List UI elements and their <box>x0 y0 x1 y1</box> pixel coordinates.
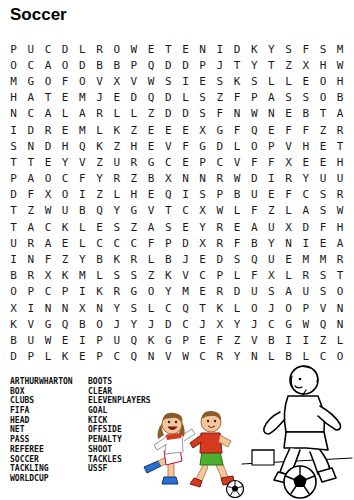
grid-cell: S <box>314 203 331 219</box>
grid-cell: B <box>91 251 108 267</box>
grid-cell: C <box>57 171 74 187</box>
grid-cell: D <box>228 41 245 57</box>
grid-cell: N <box>177 171 194 187</box>
grid-cell: R <box>22 235 39 251</box>
grid-cell: L <box>125 106 142 122</box>
grid-cell: U <box>263 219 280 235</box>
grid-cell: P <box>125 57 142 73</box>
grid-cell: C <box>194 349 211 365</box>
grid-cell: T <box>5 219 22 235</box>
grid-cell: C <box>211 154 228 170</box>
word-list-item: ARTHURWHARTON <box>10 377 73 387</box>
grid-cell: H <box>57 138 74 154</box>
grid-cell: T <box>160 203 177 219</box>
grid-cell: C <box>39 284 56 300</box>
grid-cell: D <box>57 41 74 57</box>
grid-cell: B <box>143 171 160 187</box>
grid-cell: S <box>125 268 142 284</box>
grid-cell: T <box>228 57 245 73</box>
grid-cell: A <box>280 284 297 300</box>
grid-cell: R <box>91 41 108 57</box>
grid-cell: R <box>211 171 228 187</box>
grid-cell: S <box>160 219 177 235</box>
word-list-column-1: ARTHURWHARTONBOXCLUBSFIFAHEADNETPASSREFE… <box>10 377 73 484</box>
grid-cell: O <box>332 284 349 300</box>
grid-cell: T <box>5 203 22 219</box>
grid-cell: U <box>108 154 125 170</box>
grid-cell: G <box>194 138 211 154</box>
grid-cell: D <box>160 90 177 106</box>
grid-cell: E <box>143 41 160 57</box>
grid-cell: W <box>125 41 142 57</box>
grid-cell: C <box>108 349 125 365</box>
grid-cell: F <box>280 122 297 138</box>
grid-cell: N <box>332 316 349 332</box>
grid-cell: M <box>74 90 91 106</box>
grid-cell: P <box>177 332 194 348</box>
grid-cell: K <box>57 349 74 365</box>
word-list-item: BOX <box>10 387 73 397</box>
grid-cell: Y <box>108 203 125 219</box>
grid-cell: A <box>263 90 280 106</box>
grid-cell: J <box>177 251 194 267</box>
grid-cell: K <box>211 300 228 316</box>
grid-cell: N <box>39 300 56 316</box>
grid-cell: I <box>74 284 91 300</box>
grid-cell: U <box>22 332 39 348</box>
grid-cell: T <box>332 268 349 284</box>
grid-cell: C <box>297 187 314 203</box>
grid-cell: D <box>5 187 22 203</box>
grid-cell: L <box>280 268 297 284</box>
grid-cell: E <box>263 122 280 138</box>
grid-cell: E <box>57 332 74 348</box>
grid-cell: B <box>246 235 263 251</box>
grid-cell: Z <box>314 122 331 138</box>
grid-cell: C <box>125 235 142 251</box>
grid-cell: J <box>263 300 280 316</box>
grid-cell: H <box>125 138 142 154</box>
grid-cell: D <box>177 57 194 73</box>
grid-cell: C <box>263 316 280 332</box>
grid-cell: Q <box>246 251 263 267</box>
grid-cell: F <box>143 235 160 251</box>
grid-cell: L <box>108 106 125 122</box>
grid-cell: D <box>125 90 142 106</box>
grid-cell: P <box>211 268 228 284</box>
grid-cell: V <box>177 268 194 284</box>
grid-cell: B <box>263 332 280 348</box>
grid-cell: H <box>125 187 142 203</box>
grid-cell: L <box>228 300 245 316</box>
grid-cell: B <box>74 316 91 332</box>
grid-cell: G <box>143 154 160 170</box>
grid-cell: E <box>297 73 314 89</box>
grid-cell: N <box>332 300 349 316</box>
grid-cell: G <box>22 73 39 89</box>
grid-cell: T <box>5 154 22 170</box>
grid-cell: L <box>228 138 245 154</box>
grid-cell: Z <box>263 203 280 219</box>
grid-cell: H <box>5 90 22 106</box>
grid-cell: Y <box>74 251 91 267</box>
grid-cell: Z <box>125 122 142 138</box>
grid-cell: Q <box>91 203 108 219</box>
grid-cell: D <box>160 316 177 332</box>
grid-cell: O <box>246 300 263 316</box>
word-list-item: PASS <box>10 435 73 445</box>
grid-cell: F <box>211 332 228 348</box>
grid-cell: Z <box>91 187 108 203</box>
grid-cell: I <box>74 332 91 348</box>
grid-cell: N <box>91 300 108 316</box>
grid-cell: S <box>125 300 142 316</box>
grid-cell: E <box>91 219 108 235</box>
grid-cell: S <box>314 187 331 203</box>
grid-cell: P <box>194 57 211 73</box>
grid-cell: T <box>160 41 177 57</box>
grid-cell: W <box>332 57 349 73</box>
grid-cell: H <box>297 138 314 154</box>
grid-cell: C <box>160 300 177 316</box>
grid-cell: C <box>108 235 125 251</box>
grid-cell: J <box>194 316 211 332</box>
grid-cell: B <box>160 251 177 267</box>
grid-cell: O <box>314 73 331 89</box>
grid-cell: D <box>22 122 39 138</box>
grid-cell: X <box>263 268 280 284</box>
grid-cell: Q <box>160 187 177 203</box>
grid-cell: W <box>332 203 349 219</box>
grid-cell: T <box>194 300 211 316</box>
grid-cell: F <box>211 106 228 122</box>
grid-cell: X <box>280 219 297 235</box>
grid-cell: L <box>91 122 108 138</box>
grid-cell: D <box>39 138 56 154</box>
grid-cell: K <box>160 268 177 284</box>
grid-cell: P <box>22 284 39 300</box>
grid-cell: S <box>246 73 263 89</box>
grid-cell: P <box>263 138 280 154</box>
grid-cell: E <box>297 154 314 170</box>
grid-cell: Y <box>297 171 314 187</box>
grid-cell: S <box>280 90 297 106</box>
grid-cell: L <box>74 219 91 235</box>
grid-cell: F <box>39 251 56 267</box>
grid-cell: F <box>228 122 245 138</box>
grid-cell: B <box>5 268 22 284</box>
grid-cell: Z <box>143 268 160 284</box>
grid-cell: Q <box>74 138 91 154</box>
grid-cell: M <box>177 284 194 300</box>
grid-cell: S <box>314 41 331 57</box>
grid-cell: O <box>280 300 297 316</box>
grid-cell: E <box>57 235 74 251</box>
grid-cell: D <box>160 57 177 73</box>
grid-cell: Y <box>160 284 177 300</box>
grid-cell: D <box>5 349 22 365</box>
grid-cell: T <box>263 57 280 73</box>
grid-cell: F <box>246 154 263 170</box>
grid-cell: E <box>39 154 56 170</box>
grid-cell: S <box>297 90 314 106</box>
grid-cell: R <box>332 251 349 267</box>
grid-cell: L <box>332 332 349 348</box>
grid-cell: O <box>5 284 22 300</box>
grid-cell: E <box>194 332 211 348</box>
grid-cell: A <box>332 235 349 251</box>
grid-cell: J <box>211 57 228 73</box>
grid-cell: X <box>194 203 211 219</box>
grid-cell: T <box>39 90 56 106</box>
grid-cell: E <box>108 90 125 106</box>
grid-cell: C <box>39 41 56 57</box>
grid-cell: M <box>314 251 331 267</box>
grid-cell: J <box>246 316 263 332</box>
grid-cell: E <box>228 219 245 235</box>
grid-cell: I <box>280 332 297 348</box>
grid-cell: S <box>194 90 211 106</box>
grid-cell: E <box>177 122 194 138</box>
grid-cell: X <box>194 122 211 138</box>
grid-cell: O <box>314 90 331 106</box>
grid-cell: W <box>211 203 228 219</box>
grid-cell: Q <box>246 122 263 138</box>
grid-cell: R <box>211 219 228 235</box>
grid-cell: E <box>143 122 160 138</box>
grid-cell: I <box>74 187 91 203</box>
grid-cell: B <box>108 57 125 73</box>
grid-cell: G <box>125 284 142 300</box>
grid-cell: Z <box>91 154 108 170</box>
grid-cell: X <box>74 300 91 316</box>
grid-cell: P <box>57 284 74 300</box>
grid-cell: Q <box>177 300 194 316</box>
grid-cell: U <box>5 235 22 251</box>
grid-cell: E <box>143 187 160 203</box>
grid-cell: X <box>211 316 228 332</box>
grid-cell: U <box>297 284 314 300</box>
grid-cell: L <box>143 300 160 316</box>
grid-cell: H <box>332 154 349 170</box>
grid-cell: C <box>160 154 177 170</box>
grid-cell: P <box>194 154 211 170</box>
word-list-item: NET <box>10 425 73 435</box>
grid-cell: V <box>22 316 39 332</box>
grid-cell: S <box>314 268 331 284</box>
grid-cell: F <box>177 138 194 154</box>
grid-cell: N <box>57 300 74 316</box>
grid-cell: T <box>332 138 349 154</box>
grid-cell: A <box>297 203 314 219</box>
grid-cell: L <box>228 203 245 219</box>
grid-cell: V <box>91 73 108 89</box>
grid-cell: A <box>246 219 263 235</box>
grid-cell: R <box>125 251 142 267</box>
grid-cell: S <box>160 73 177 89</box>
grid-cell: K <box>246 41 263 57</box>
word-search-grid: PUCDLROWETENIDKYSFSMOCAODBBPQDDPJTYTZXHW… <box>5 41 349 365</box>
grid-cell: J <box>91 90 108 106</box>
grid-cell: A <box>332 106 349 122</box>
grid-cell: E <box>57 122 74 138</box>
grid-cell: F <box>314 219 331 235</box>
grid-cell: O <box>5 57 22 73</box>
grid-cell: C <box>177 316 194 332</box>
grid-cell: M <box>297 251 314 267</box>
grid-cell: X <box>297 57 314 73</box>
grid-cell: A <box>39 57 56 73</box>
boy-player <box>190 411 234 487</box>
grid-cell: S <box>314 284 331 300</box>
grid-cell: X <box>39 268 56 284</box>
grid-cell: R <box>280 171 297 187</box>
grid-cell: A <box>74 106 91 122</box>
grid-cell: A <box>22 90 39 106</box>
grid-cell: O <box>57 187 74 203</box>
grid-cell: I <box>297 332 314 348</box>
grid-cell: Y <box>246 57 263 73</box>
grid-cell: L <box>177 90 194 106</box>
grid-cell: K <box>5 316 22 332</box>
grid-cell: W <box>297 316 314 332</box>
grid-cell: Z <box>228 332 245 348</box>
grid-cell: A <box>22 171 39 187</box>
grid-cell: Z <box>125 171 142 187</box>
grid-cell: I <box>263 171 280 187</box>
grid-cell: N <box>194 41 211 57</box>
grid-cell: E <box>177 41 194 57</box>
grid-cell: L <box>74 41 91 57</box>
grid-cell: P <box>5 171 22 187</box>
grid-cell: F <box>228 235 245 251</box>
grid-cell: L <box>143 251 160 267</box>
word-list-item: FIFA <box>10 406 73 416</box>
grid-cell: R <box>332 122 349 138</box>
grid-cell: B <box>228 187 245 203</box>
grid-cell: R <box>22 268 39 284</box>
grid-cell: K <box>143 332 160 348</box>
grid-cell: S <box>280 41 297 57</box>
grid-cell: Y <box>108 300 125 316</box>
grid-cell: N <box>22 251 39 267</box>
grid-cell: Z <box>125 219 142 235</box>
grid-cell: K <box>228 73 245 89</box>
grid-cell: W <box>177 349 194 365</box>
grid-cell: B <box>5 332 22 348</box>
kids-playing-soccer-illustration <box>138 405 244 498</box>
grid-cell: I <box>297 235 314 251</box>
grid-cell: Y <box>125 316 142 332</box>
grid-cell: E <box>177 154 194 170</box>
grid-cell: E <box>194 73 211 89</box>
grid-cell: E <box>263 187 280 203</box>
grid-cell: O <box>57 57 74 73</box>
grid-cell: E <box>177 219 194 235</box>
grid-cell: X <box>280 154 297 170</box>
grid-cell: R <box>91 106 108 122</box>
word-list-item: CLUBS <box>10 396 73 406</box>
grid-cell: U <box>263 251 280 267</box>
grid-cell: Q <box>143 57 160 73</box>
grid-cell: I <box>177 73 194 89</box>
grid-cell: N <box>5 106 22 122</box>
grid-cell: P <box>246 90 263 106</box>
grid-cell: K <box>91 284 108 300</box>
grid-cell: I <box>211 41 228 57</box>
grid-cell: V <box>143 203 160 219</box>
grid-cell: G <box>160 332 177 348</box>
grid-cell: I <box>22 300 39 316</box>
grid-cell: O <box>246 138 263 154</box>
grid-cell: O <box>91 316 108 332</box>
grid-cell: O <box>39 171 56 187</box>
grid-cell: I <box>5 251 22 267</box>
grid-cell: Y <box>91 171 108 187</box>
word-list-item: BOOTS <box>88 377 151 387</box>
grid-cell: R <box>108 171 125 187</box>
grid-cell: Q <box>314 316 331 332</box>
grid-cell: E <box>280 251 297 267</box>
grid-cell: Y <box>263 41 280 57</box>
grid-cell: V <box>160 349 177 365</box>
grid-cell: S <box>211 73 228 89</box>
grid-cell: S <box>263 284 280 300</box>
grid-cell: P <box>91 332 108 348</box>
grid-cell: E <box>160 122 177 138</box>
grid-cell: K <box>108 122 125 138</box>
grid-cell: B <box>91 57 108 73</box>
grid-cell: E <box>74 349 91 365</box>
grid-cell: D <box>228 284 245 300</box>
grid-cell: A <box>143 219 160 235</box>
grid-cell: V <box>280 138 297 154</box>
grid-cell: K <box>57 219 74 235</box>
grid-cell: F <box>246 203 263 219</box>
grid-cell: B <box>332 90 349 106</box>
grid-cell: M <box>332 41 349 57</box>
word-list-item: TACKLING <box>10 464 73 474</box>
grid-cell: D <box>177 235 194 251</box>
grid-cell: F <box>263 154 280 170</box>
grid-cell: C <box>194 268 211 284</box>
grid-cell: E <box>194 284 211 300</box>
grid-cell: U <box>246 187 263 203</box>
grid-cell: U <box>332 171 349 187</box>
word-list-item: WORLDCUP <box>10 474 73 484</box>
grid-cell: N <box>280 235 297 251</box>
grid-cell: R <box>297 268 314 284</box>
grid-cell: D <box>246 171 263 187</box>
grid-cell: D <box>160 106 177 122</box>
grid-cell: M <box>74 122 91 138</box>
grid-cell: L <box>228 268 245 284</box>
girl-player <box>144 413 195 484</box>
grid-cell: P <box>297 300 314 316</box>
grid-cell: N <box>194 171 211 187</box>
grid-cell: S <box>108 268 125 284</box>
grid-cell: B <box>74 203 91 219</box>
grid-cell: K <box>57 268 74 284</box>
grid-cell: A <box>22 219 39 235</box>
grid-cell: E <box>57 90 74 106</box>
grid-cell: D <box>211 251 228 267</box>
grid-cell: D <box>297 219 314 235</box>
grid-cell: Q <box>125 332 142 348</box>
grid-cell: Z <box>57 251 74 267</box>
grid-cell: R <box>211 284 228 300</box>
grid-cell: G <box>125 203 142 219</box>
